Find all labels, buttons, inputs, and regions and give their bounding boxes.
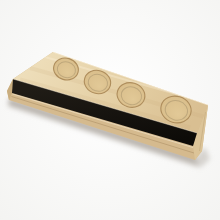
flight-tray-illustration xyxy=(0,0,220,220)
product-photo xyxy=(0,0,220,220)
